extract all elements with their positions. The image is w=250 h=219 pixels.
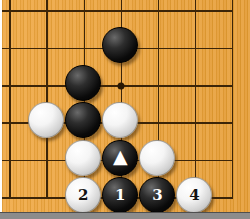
stone-black-p4 [65,65,101,101]
stone-white-r2 [139,140,175,176]
move-number-label: 2 [78,187,88,203]
go-board[interactable]: ▲2134 [0,0,250,213]
stones-layer: ▲2134 [0,0,250,217]
move-number-label: 1 [115,187,125,203]
stone-black-q1: 1 [102,177,138,213]
stone-black-p3 [65,102,101,138]
bottom-gray-strip [0,212,250,219]
page-left-edge [0,0,2,213]
move-number-label: 3 [152,187,162,203]
stone-black-q2: ▲ [102,140,138,176]
move-number-label: 4 [189,187,199,203]
stone-white-p2 [65,140,101,176]
triangle-mark-icon: ▲ [113,147,128,166]
stone-black-r1: 3 [139,177,175,213]
stone-white-q3 [102,102,138,138]
stone-white-p1: 2 [65,177,101,213]
go-diagram-screenshot: ▲2134 [0,0,250,219]
stone-black-q5 [102,27,138,63]
stone-white-o3 [28,102,64,138]
stone-white-s1: 4 [176,177,212,213]
